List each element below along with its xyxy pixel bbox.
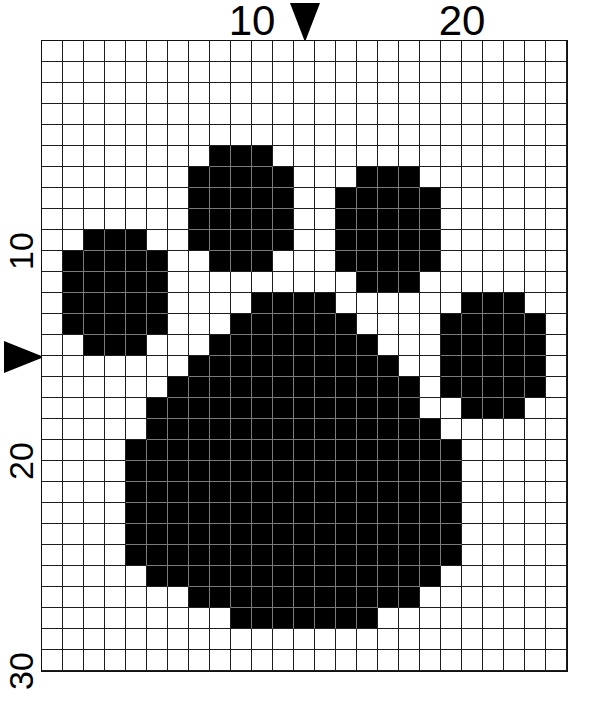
- pattern-cell: [336, 587, 357, 608]
- pattern-cell: [84, 440, 105, 461]
- pattern-cell: [42, 461, 63, 482]
- pattern-cell: [420, 398, 441, 419]
- pattern-cell: [105, 83, 126, 104]
- pattern-cell: [147, 293, 168, 314]
- pattern-cell: [126, 587, 147, 608]
- pattern-cell: [357, 83, 378, 104]
- pattern-cell: [126, 524, 147, 545]
- pattern-cell: [378, 146, 399, 167]
- pattern-cell: [378, 209, 399, 230]
- pattern-cell: [147, 272, 168, 293]
- pattern-cell: [210, 209, 231, 230]
- pattern-cell: [210, 608, 231, 629]
- pattern-cell: [63, 419, 84, 440]
- pattern-cell: [315, 566, 336, 587]
- pattern-cell: [483, 293, 504, 314]
- pattern-cell: [252, 524, 273, 545]
- pattern-cell: [441, 398, 462, 419]
- pattern-cell: [105, 335, 126, 356]
- pattern-cell: [126, 125, 147, 146]
- pattern-cell: [231, 209, 252, 230]
- pattern-cell: [378, 608, 399, 629]
- pattern-cell: [42, 251, 63, 272]
- pattern-cell: [546, 146, 567, 167]
- pattern-cell: [231, 62, 252, 83]
- pattern-cell: [273, 398, 294, 419]
- pattern-cell: [273, 293, 294, 314]
- pattern-cell: [378, 314, 399, 335]
- pattern-cell: [483, 461, 504, 482]
- pattern-cell: [483, 650, 504, 671]
- pattern-cell: [336, 104, 357, 125]
- pattern-cell: [378, 482, 399, 503]
- pattern-cell: [525, 377, 546, 398]
- pattern-cell: [252, 566, 273, 587]
- pattern-cell: [210, 62, 231, 83]
- pattern-cell: [399, 251, 420, 272]
- pattern-cell: [357, 356, 378, 377]
- pattern-cell: [483, 608, 504, 629]
- pattern-cell: [252, 398, 273, 419]
- pattern-cell: [420, 230, 441, 251]
- pattern-cell: [336, 335, 357, 356]
- pattern-cell: [357, 146, 378, 167]
- pattern-cell: [483, 524, 504, 545]
- pattern-cell: [420, 461, 441, 482]
- pattern-cell: [126, 503, 147, 524]
- pattern-cell: [42, 482, 63, 503]
- pattern-cell: [42, 314, 63, 335]
- pattern-cell: [105, 251, 126, 272]
- pattern-cell: [168, 356, 189, 377]
- pattern-cell: [441, 545, 462, 566]
- pattern-cell: [168, 230, 189, 251]
- pattern-cell: [168, 41, 189, 62]
- pattern-cell: [525, 293, 546, 314]
- pattern-cell: [231, 167, 252, 188]
- pattern-cell: [189, 650, 210, 671]
- pattern-cell: [441, 335, 462, 356]
- pattern-cell: [105, 167, 126, 188]
- pattern-cell: [357, 314, 378, 335]
- pattern-cell: [336, 440, 357, 461]
- pattern-cell: [357, 167, 378, 188]
- pattern-cell: [546, 608, 567, 629]
- pattern-cell: [378, 377, 399, 398]
- pattern-cell: [84, 188, 105, 209]
- pattern-cell: [147, 629, 168, 650]
- pattern-cell: [462, 524, 483, 545]
- pattern-cell: [525, 209, 546, 230]
- pattern-cell: [210, 419, 231, 440]
- pattern-cell: [63, 167, 84, 188]
- pattern-cell: [399, 272, 420, 293]
- pattern-cell: [252, 314, 273, 335]
- pattern-cell: [105, 461, 126, 482]
- pattern-cell: [420, 545, 441, 566]
- pattern-cell: [504, 356, 525, 377]
- pattern-cell: [336, 230, 357, 251]
- pattern-cell: [294, 230, 315, 251]
- pattern-cell: [399, 440, 420, 461]
- pattern-cell: [126, 41, 147, 62]
- pattern-cell: [189, 209, 210, 230]
- pattern-cell: [546, 104, 567, 125]
- pattern-cell: [210, 230, 231, 251]
- pattern-cell: [420, 41, 441, 62]
- pattern-cell: [504, 629, 525, 650]
- pattern-cell: [147, 587, 168, 608]
- pattern-cell: [63, 41, 84, 62]
- pattern-cell: [189, 146, 210, 167]
- pattern-cell: [84, 503, 105, 524]
- pattern-cell: [378, 440, 399, 461]
- pattern-cell: [42, 125, 63, 146]
- pattern-cell: [525, 629, 546, 650]
- pattern-cell: [525, 440, 546, 461]
- pattern-cell: [504, 461, 525, 482]
- pattern-cell: [441, 251, 462, 272]
- pattern-cell: [399, 104, 420, 125]
- pattern-cell: [252, 167, 273, 188]
- pattern-cell: [273, 419, 294, 440]
- pattern-cell: [294, 356, 315, 377]
- pattern-cell: [147, 146, 168, 167]
- pattern-cell: [420, 209, 441, 230]
- pattern-cell: [210, 440, 231, 461]
- pattern-cell: [546, 566, 567, 587]
- pattern-cell: [357, 545, 378, 566]
- pattern-cell: [483, 230, 504, 251]
- pattern-cell: [336, 188, 357, 209]
- pattern-cell: [378, 650, 399, 671]
- pattern-cell: [294, 314, 315, 335]
- pattern-cell: [546, 209, 567, 230]
- pattern-cell: [84, 482, 105, 503]
- pattern-cell: [84, 146, 105, 167]
- pattern-cell: [273, 482, 294, 503]
- pattern-cell: [357, 62, 378, 83]
- pattern-cell: [357, 104, 378, 125]
- pattern-cell: [483, 167, 504, 188]
- pattern-cell: [420, 335, 441, 356]
- pattern-cell: [294, 335, 315, 356]
- pattern-cell: [399, 629, 420, 650]
- pattern-cell: [231, 503, 252, 524]
- pattern-cell: [504, 251, 525, 272]
- pattern-cell: [84, 461, 105, 482]
- pattern-cell: [189, 356, 210, 377]
- pattern-cell: [399, 419, 420, 440]
- pattern-cell: [231, 566, 252, 587]
- pattern-cell: [42, 146, 63, 167]
- pattern-cell: [546, 482, 567, 503]
- pattern-cell: [399, 209, 420, 230]
- pattern-cell: [462, 419, 483, 440]
- pattern-cell: [336, 650, 357, 671]
- pattern-cell: [504, 314, 525, 335]
- pattern-cell: [378, 167, 399, 188]
- pattern-cell: [378, 125, 399, 146]
- pattern-cell: [399, 356, 420, 377]
- pattern-cell: [420, 146, 441, 167]
- pattern-cell: [231, 146, 252, 167]
- pattern-cell: [378, 629, 399, 650]
- pattern-cell: [168, 545, 189, 566]
- pattern-cell: [189, 230, 210, 251]
- pattern-cell: [336, 461, 357, 482]
- pattern-cell: [525, 545, 546, 566]
- pattern-cell: [525, 41, 546, 62]
- pattern-cell: [441, 314, 462, 335]
- pattern-cell: [504, 41, 525, 62]
- pattern-cell: [462, 167, 483, 188]
- pattern-cell: [441, 440, 462, 461]
- pattern-cell: [147, 419, 168, 440]
- pattern-cell: [462, 335, 483, 356]
- pattern-cell: [210, 125, 231, 146]
- pattern-cell: [147, 125, 168, 146]
- pattern-cell: [63, 587, 84, 608]
- pattern-cell: [315, 104, 336, 125]
- pattern-cell: [378, 230, 399, 251]
- pattern-cell: [378, 293, 399, 314]
- pattern-cell: [126, 272, 147, 293]
- pattern-cell: [462, 377, 483, 398]
- pattern-cell: [126, 629, 147, 650]
- pattern-cell: [126, 545, 147, 566]
- pattern-cell: [546, 188, 567, 209]
- pattern-cell: [315, 41, 336, 62]
- pattern-cell: [105, 293, 126, 314]
- pattern-cell: [294, 41, 315, 62]
- pattern-cell: [336, 629, 357, 650]
- pattern-cell: [462, 629, 483, 650]
- pattern-cell: [483, 419, 504, 440]
- pattern-cell: [168, 62, 189, 83]
- pattern-cell: [126, 440, 147, 461]
- pattern-cell: [84, 545, 105, 566]
- pattern-cell: [294, 440, 315, 461]
- pattern-cell: [84, 398, 105, 419]
- pattern-cell: [63, 335, 84, 356]
- pattern-cell: [147, 104, 168, 125]
- pattern-cell: [168, 503, 189, 524]
- pattern-cell: [546, 83, 567, 104]
- pattern-cell: [336, 482, 357, 503]
- pattern-cell: [399, 650, 420, 671]
- pattern-cell: [504, 125, 525, 146]
- pattern-cell: [126, 314, 147, 335]
- pattern-cell: [189, 440, 210, 461]
- pattern-cell: [357, 608, 378, 629]
- pattern-cell: [483, 83, 504, 104]
- pattern-cell: [273, 146, 294, 167]
- pattern-cell: [336, 41, 357, 62]
- pattern-cell: [525, 461, 546, 482]
- pattern-cell: [525, 125, 546, 146]
- pattern-cell: [84, 62, 105, 83]
- pattern-cell: [210, 104, 231, 125]
- pattern-cell: [84, 314, 105, 335]
- pattern-cell: [504, 419, 525, 440]
- pattern-cell: [63, 440, 84, 461]
- pattern-cell: [441, 104, 462, 125]
- pattern-cell: [252, 629, 273, 650]
- pattern-cell: [63, 377, 84, 398]
- pattern-cell: [189, 398, 210, 419]
- pattern-cell: [147, 545, 168, 566]
- pattern-cell: [462, 650, 483, 671]
- pattern-cell: [168, 419, 189, 440]
- pattern-cell: [105, 41, 126, 62]
- pattern-cell: [252, 125, 273, 146]
- pattern-cell: [231, 272, 252, 293]
- pattern-cell: [273, 104, 294, 125]
- pattern-cell: [336, 377, 357, 398]
- pattern-cell: [357, 503, 378, 524]
- pattern-cell: [399, 83, 420, 104]
- pattern-cell: [273, 461, 294, 482]
- pattern-cell: [336, 209, 357, 230]
- pattern-cell: [63, 629, 84, 650]
- pattern-cell: [315, 146, 336, 167]
- pattern-cell: [546, 314, 567, 335]
- pattern-cell: [504, 440, 525, 461]
- pattern-cell: [483, 104, 504, 125]
- pattern-cell: [315, 356, 336, 377]
- pattern-cell: [42, 587, 63, 608]
- pattern-cell: [168, 293, 189, 314]
- pattern-cell: [546, 125, 567, 146]
- pattern-cell: [168, 104, 189, 125]
- pattern-cell: [399, 545, 420, 566]
- pattern-cell: [84, 356, 105, 377]
- pattern-cell: [504, 377, 525, 398]
- pattern-cell: [210, 650, 231, 671]
- pattern-cell: [147, 566, 168, 587]
- pattern-cell: [546, 587, 567, 608]
- pattern-cell: [189, 608, 210, 629]
- pattern-cell: [189, 272, 210, 293]
- pattern-cell: [210, 356, 231, 377]
- pattern-cell: [336, 545, 357, 566]
- pattern-cell: [546, 440, 567, 461]
- pattern-cell: [231, 356, 252, 377]
- pattern-cell: [42, 104, 63, 125]
- pattern-cell: [420, 125, 441, 146]
- pattern-cell: [294, 125, 315, 146]
- pattern-cell: [336, 83, 357, 104]
- pattern-cell: [525, 272, 546, 293]
- pattern-cell: [336, 608, 357, 629]
- pattern-cell: [525, 230, 546, 251]
- pattern-cell: [378, 188, 399, 209]
- pattern-cell: [441, 188, 462, 209]
- pattern-cell: [231, 398, 252, 419]
- pattern-cell: [189, 524, 210, 545]
- pattern-cell: [525, 251, 546, 272]
- pattern-cell: [252, 41, 273, 62]
- pattern-cell: [147, 83, 168, 104]
- pattern-cell: [63, 503, 84, 524]
- pattern-cell: [273, 629, 294, 650]
- pattern-cell: [420, 566, 441, 587]
- pattern-cell: [63, 650, 84, 671]
- pattern-cell: [84, 230, 105, 251]
- pattern-cell: [462, 188, 483, 209]
- pattern-cell: [315, 62, 336, 83]
- pattern-cell: [546, 167, 567, 188]
- pattern-cell: [546, 377, 567, 398]
- pattern-cell: [42, 293, 63, 314]
- pattern-cell: [399, 503, 420, 524]
- pattern-cell: [546, 272, 567, 293]
- pattern-cell: [399, 62, 420, 83]
- pattern-cell: [210, 272, 231, 293]
- pattern-cell: [294, 608, 315, 629]
- pattern-cell: [147, 335, 168, 356]
- pattern-cell: [147, 377, 168, 398]
- pattern-cell: [210, 461, 231, 482]
- pattern-cell: [210, 503, 231, 524]
- pattern-cell: [441, 503, 462, 524]
- pattern-cell: [168, 83, 189, 104]
- pattern-cell: [378, 545, 399, 566]
- pattern-cell: [231, 524, 252, 545]
- pattern-cell: [462, 146, 483, 167]
- pattern-cell: [168, 377, 189, 398]
- pattern-cell: [42, 41, 63, 62]
- pattern-cell: [273, 167, 294, 188]
- pattern-cell: [483, 188, 504, 209]
- pattern-cell: [273, 377, 294, 398]
- pattern-cell: [42, 188, 63, 209]
- pattern-cell: [84, 629, 105, 650]
- pattern-cell: [504, 293, 525, 314]
- pattern-cell: [210, 377, 231, 398]
- pattern-cell: [84, 419, 105, 440]
- pattern-cell: [483, 272, 504, 293]
- pattern-cell: [105, 209, 126, 230]
- pattern-cell: [294, 209, 315, 230]
- pattern-cell: [525, 167, 546, 188]
- column-label-20: 20: [439, 0, 486, 42]
- pattern-cell: [483, 335, 504, 356]
- pattern-cell: [294, 272, 315, 293]
- pattern-cell: [63, 566, 84, 587]
- pattern-cell: [462, 503, 483, 524]
- pattern-cell: [189, 419, 210, 440]
- pattern-cell: [168, 587, 189, 608]
- pattern-cell: [315, 629, 336, 650]
- pattern-cell: [147, 62, 168, 83]
- pattern-cell: [231, 335, 252, 356]
- pattern-cell: [273, 335, 294, 356]
- pattern-cell: [147, 524, 168, 545]
- pattern-cell: [42, 272, 63, 293]
- pattern-cell: [126, 377, 147, 398]
- pattern-cell: [420, 587, 441, 608]
- pattern-cell: [252, 356, 273, 377]
- pattern-cell: [441, 230, 462, 251]
- pattern-cell: [42, 377, 63, 398]
- pattern-cell: [42, 503, 63, 524]
- pattern-cell: [315, 314, 336, 335]
- pattern-page: 10 20 10 20 30: [0, 0, 611, 716]
- pattern-cell: [399, 524, 420, 545]
- pattern-cell: [462, 587, 483, 608]
